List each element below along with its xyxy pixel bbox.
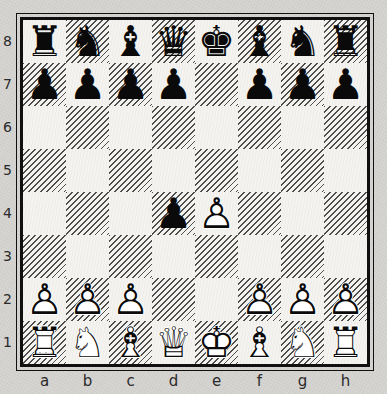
piece-black-pawn: ♟ xyxy=(152,192,195,235)
square-h5 xyxy=(324,149,367,192)
square-a7: ♟ xyxy=(23,63,66,106)
square-a6 xyxy=(23,106,66,149)
square-g2: ♟♙ xyxy=(281,278,324,321)
square-b1: ♞♘ xyxy=(66,321,109,364)
square-d5 xyxy=(152,149,195,192)
square-a8: ♜ xyxy=(23,20,66,63)
file-label-h: h xyxy=(324,372,367,390)
square-h1: ♜♖ xyxy=(324,321,367,364)
square-d2 xyxy=(152,278,195,321)
square-f6 xyxy=(238,106,281,149)
piece-black-rook: ♜ xyxy=(23,20,66,63)
piece-black-pawn: ♟ xyxy=(281,63,324,106)
square-g7: ♟ xyxy=(281,63,324,106)
square-c4 xyxy=(109,192,152,235)
piece-black-knight: ♞ xyxy=(66,20,109,63)
square-e6 xyxy=(195,106,238,149)
piece-white-pawn: ♙ xyxy=(238,278,281,321)
square-a4 xyxy=(23,192,66,235)
square-h4 xyxy=(324,192,367,235)
piece-black-pawn: ♟ xyxy=(238,63,281,106)
square-c1: ♝♗ xyxy=(109,321,152,364)
square-a3 xyxy=(23,235,66,278)
piece-white-king: ♔ xyxy=(195,321,238,364)
piece-white-knight: ♘ xyxy=(281,321,324,364)
piece-black-bishop: ♝ xyxy=(238,20,281,63)
rank-label-6: 6 xyxy=(0,106,15,149)
piece-black-knight: ♞ xyxy=(281,20,324,63)
square-d3 xyxy=(152,235,195,278)
square-e7 xyxy=(195,63,238,106)
square-d8: ♛ xyxy=(152,20,195,63)
square-b5 xyxy=(66,149,109,192)
square-f4 xyxy=(238,192,281,235)
square-h6 xyxy=(324,106,367,149)
square-f7: ♟ xyxy=(238,63,281,106)
piece-white-bishop: ♗ xyxy=(109,321,152,364)
square-e2 xyxy=(195,278,238,321)
rank-label-8: 8 xyxy=(0,20,15,63)
piece-white-pawn: ♙ xyxy=(109,278,152,321)
square-f3 xyxy=(238,235,281,278)
file-label-b: b xyxy=(66,372,109,390)
square-b2: ♟♙ xyxy=(66,278,109,321)
square-e8: ♚ xyxy=(195,20,238,63)
piece-white-pawn: ♙ xyxy=(195,192,238,235)
piece-black-pawn: ♟ xyxy=(324,63,367,106)
piece-black-pawn: ♟ xyxy=(109,63,152,106)
piece-black-pawn: ♟ xyxy=(66,63,109,106)
square-h2: ♟♙ xyxy=(324,278,367,321)
square-b8: ♞ xyxy=(66,20,109,63)
piece-white-pawn: ♙ xyxy=(324,278,367,321)
square-f1: ♝♗ xyxy=(238,321,281,364)
square-e4: ♟♙ xyxy=(195,192,238,235)
rank-label-5: 5 xyxy=(0,149,15,192)
board-border: ♜♞♝♛♚♝♞♜♟♟♟♟♟♟♟♟♟♙♟♙♟♙♟♙♟♙♟♙♟♙♜♖♞♘♝♗♛♕♚♔… xyxy=(20,17,370,367)
chess-diagram: 87654321 ♜♞♝♛♚♝♞♜♟♟♟♟♟♟♟♟♟♙♟♙♟♙♟♙♟♙♟♙♟♙♜… xyxy=(0,0,387,394)
square-d4: ♟ xyxy=(152,192,195,235)
square-g5 xyxy=(281,149,324,192)
piece-black-rook: ♜ xyxy=(324,20,367,63)
piece-white-pawn: ♙ xyxy=(23,278,66,321)
file-label-g: g xyxy=(281,372,324,390)
square-b7: ♟ xyxy=(66,63,109,106)
square-c6 xyxy=(109,106,152,149)
square-c3 xyxy=(109,235,152,278)
square-g6 xyxy=(281,106,324,149)
square-f8: ♝ xyxy=(238,20,281,63)
piece-white-knight: ♘ xyxy=(66,321,109,364)
square-c8: ♝ xyxy=(109,20,152,63)
file-label-c: c xyxy=(109,372,152,390)
square-h8: ♜ xyxy=(324,20,367,63)
piece-black-king: ♚ xyxy=(195,20,238,63)
file-label-a: a xyxy=(23,372,66,390)
square-a5 xyxy=(23,149,66,192)
square-f2: ♟♙ xyxy=(238,278,281,321)
piece-black-pawn: ♟ xyxy=(23,63,66,106)
piece-white-rook: ♖ xyxy=(324,321,367,364)
rank-labels: 87654321 xyxy=(0,20,15,364)
rank-label-4: 4 xyxy=(0,192,15,235)
piece-white-rook: ♖ xyxy=(23,321,66,364)
piece-black-pawn: ♟ xyxy=(152,63,195,106)
rank-label-2: 2 xyxy=(0,278,15,321)
square-h3 xyxy=(324,235,367,278)
file-labels: abcdefgh xyxy=(23,372,367,390)
file-label-d: d xyxy=(152,372,195,390)
square-h7: ♟ xyxy=(324,63,367,106)
square-e3 xyxy=(195,235,238,278)
square-d6 xyxy=(152,106,195,149)
square-c5 xyxy=(109,149,152,192)
square-a2: ♟♙ xyxy=(23,278,66,321)
rank-label-1: 1 xyxy=(0,321,15,364)
square-b6 xyxy=(66,106,109,149)
square-d7: ♟ xyxy=(152,63,195,106)
rank-label-7: 7 xyxy=(0,63,15,106)
piece-white-pawn: ♙ xyxy=(66,278,109,321)
piece-white-bishop: ♗ xyxy=(238,321,281,364)
square-d1: ♛♕ xyxy=(152,321,195,364)
file-label-e: e xyxy=(195,372,238,390)
square-g1: ♞♘ xyxy=(281,321,324,364)
square-a1: ♜♖ xyxy=(23,321,66,364)
square-e5 xyxy=(195,149,238,192)
square-g3 xyxy=(281,235,324,278)
piece-white-queen: ♕ xyxy=(152,321,195,364)
piece-black-bishop: ♝ xyxy=(109,20,152,63)
square-c2: ♟♙ xyxy=(109,278,152,321)
rank-label-3: 3 xyxy=(0,235,15,278)
square-b4 xyxy=(66,192,109,235)
piece-black-queen: ♛ xyxy=(152,20,195,63)
square-e1: ♚♔ xyxy=(195,321,238,364)
square-c7: ♟ xyxy=(109,63,152,106)
piece-white-pawn: ♙ xyxy=(281,278,324,321)
chess-board: ♜♞♝♛♚♝♞♜♟♟♟♟♟♟♟♟♟♙♟♙♟♙♟♙♟♙♟♙♟♙♜♖♞♘♝♗♛♕♚♔… xyxy=(16,13,374,371)
file-label-f: f xyxy=(238,372,281,390)
square-g4 xyxy=(281,192,324,235)
square-b3 xyxy=(66,235,109,278)
square-g8: ♞ xyxy=(281,20,324,63)
square-f5 xyxy=(238,149,281,192)
board-grid: ♜♞♝♛♚♝♞♜♟♟♟♟♟♟♟♟♟♙♟♙♟♙♟♙♟♙♟♙♟♙♜♖♞♘♝♗♛♕♚♔… xyxy=(23,20,367,364)
